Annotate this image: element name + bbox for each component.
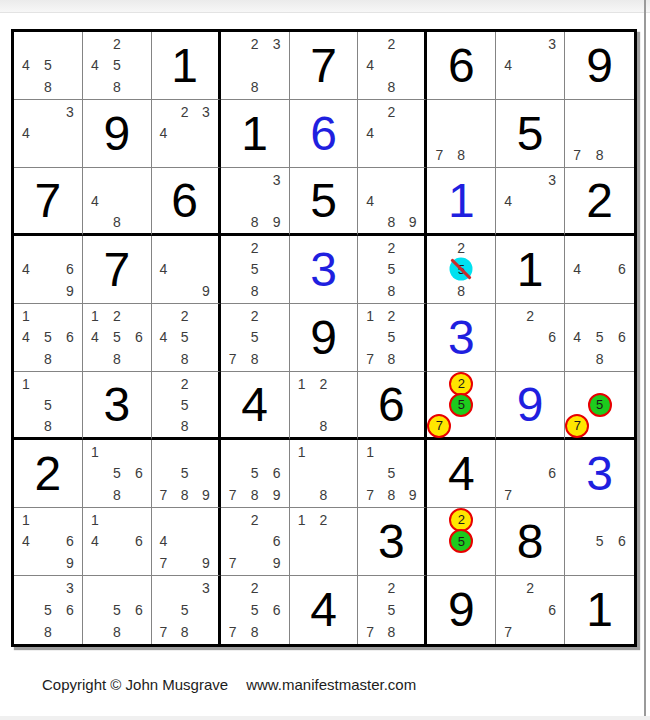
cell-r9c6[interactable]: 2578 xyxy=(358,576,427,644)
cell-r7c7[interactable]: 4 xyxy=(427,440,496,508)
cell-r4c8[interactable]: 1 xyxy=(496,236,565,304)
candidate-slot-6 xyxy=(59,55,81,77)
candidate-slot-7: 7 xyxy=(359,621,380,643)
candidate-slot-7 xyxy=(359,280,380,302)
cell-r5c1[interactable]: 14568 xyxy=(14,304,83,372)
cell-value: 3 xyxy=(427,304,495,371)
candidate-slot-9 xyxy=(611,144,633,166)
cell-r7c6[interactable]: 15789 xyxy=(358,440,427,508)
cell-r8c9[interactable]: 56 xyxy=(565,508,634,576)
candidate-slot-4 xyxy=(359,599,380,621)
pencil-marks: 2458 xyxy=(84,33,150,98)
cell-r5c4[interactable]: 2578 xyxy=(221,304,290,372)
candidate-slot-5: 5 xyxy=(174,327,195,349)
candidate-slot-2 xyxy=(519,33,541,55)
cell-r2c4[interactable]: 1 xyxy=(221,100,290,168)
cell-r2c9[interactable]: 78 xyxy=(565,100,634,168)
copyright-text: Copyright © John Musgrave xyxy=(42,676,228,693)
candidate-slot-6: 6 xyxy=(611,531,633,553)
candidate-slot-8: 8 xyxy=(106,211,128,232)
candidate-slot-9: 9 xyxy=(59,280,81,302)
cell-r5c8[interactable]: 26 xyxy=(496,304,565,372)
cell-r8c5[interactable]: 12 xyxy=(290,508,359,576)
candidate-7: 7 xyxy=(435,148,443,162)
cell-r2c3[interactable]: 234 xyxy=(152,100,221,168)
candidate-slot-2 xyxy=(519,169,541,190)
cell-r4c9[interactable]: 46 xyxy=(565,236,634,304)
candidate-4: 4 xyxy=(22,262,30,276)
candidate-slot-9 xyxy=(128,552,150,574)
cell-r4c3[interactable]: 49 xyxy=(152,236,221,304)
candidate-8: 8 xyxy=(320,419,328,433)
candidate-1: 1 xyxy=(91,309,99,323)
candidate-2: 2 xyxy=(251,581,259,595)
candidate-2: 2 xyxy=(251,241,259,255)
cell-value: 5 xyxy=(496,100,564,167)
candidate-slot-3: 3 xyxy=(195,577,216,599)
cell-r2c2[interactable]: 9 xyxy=(83,100,152,168)
candidate-slot-1 xyxy=(84,169,106,190)
candidate-slot-8 xyxy=(588,415,610,436)
pencil-marks: 1469 xyxy=(15,509,81,574)
candidate-5: 5 xyxy=(181,330,189,344)
candidate-slot-5 xyxy=(588,259,610,281)
candidate-4: 4 xyxy=(160,534,168,548)
candidate-slot-7 xyxy=(84,484,106,506)
candidate-slot-7 xyxy=(84,621,106,643)
cell-r5c5[interactable]: 9 xyxy=(290,304,359,372)
cell-r9c5[interactable]: 4 xyxy=(290,576,359,644)
cell-value: 3 xyxy=(565,440,634,507)
candidate-slot-7 xyxy=(291,484,313,506)
cell-value: 1 xyxy=(496,236,564,303)
candidate-2: 2 xyxy=(387,581,395,595)
pencil-marks: 128 xyxy=(291,373,357,436)
cell-r5c3[interactable]: 2458 xyxy=(152,304,221,372)
candidate-5: 5 xyxy=(387,330,395,344)
candidate-slot-5: 5 xyxy=(244,599,266,621)
candidate-slot-3: 3 xyxy=(266,33,288,55)
cell-r8c1[interactable]: 1469 xyxy=(14,508,83,576)
candidate-slot-4 xyxy=(222,463,244,485)
candidate-slot-4 xyxy=(153,463,174,485)
candidate-slot-6: 6 xyxy=(266,531,288,553)
candidate-slot-2 xyxy=(588,305,610,327)
candidate-slot-1 xyxy=(153,441,174,463)
candidate-slot-1 xyxy=(497,577,519,599)
candidate-4: 4 xyxy=(504,194,512,208)
candidate-slot-8 xyxy=(174,280,195,302)
cell-r6c9[interactable]: 57 xyxy=(565,372,634,440)
candidate-slot-3 xyxy=(195,373,216,394)
candidate-2-yellow-circle: 2 xyxy=(449,508,473,532)
candidate-slot-9 xyxy=(128,348,150,370)
candidate-slot-9: 9 xyxy=(195,552,216,574)
candidate-slot-7 xyxy=(497,348,519,370)
candidate-slot-3 xyxy=(128,577,150,599)
candidate-slot-9 xyxy=(266,348,288,370)
pencil-marks: 18 xyxy=(291,441,357,506)
cell-r3c6[interactable]: 489 xyxy=(358,168,427,236)
cell-r5c6[interactable]: 12578 xyxy=(358,304,427,372)
candidate-slot-7 xyxy=(15,348,37,370)
pencil-marks: 4568 xyxy=(566,305,633,370)
candidate-slot-7: 7 xyxy=(566,144,588,166)
candidate-8: 8 xyxy=(387,80,395,94)
candidate-slot-9 xyxy=(472,552,494,574)
candidate-slot-7 xyxy=(15,76,37,98)
candidate-slot-2: 2 xyxy=(381,101,402,123)
candidate-5: 5 xyxy=(387,603,395,617)
cell-r1c9[interactable]: 9 xyxy=(565,32,634,100)
candidate-slot-4 xyxy=(428,259,450,281)
candidate-slot-2: 2 xyxy=(381,237,402,259)
cell-value: 9 xyxy=(83,100,151,167)
cell-r6c8[interactable]: 9 xyxy=(496,372,565,440)
candidate-slot-7: 7 xyxy=(153,484,174,506)
candidate-slot-7 xyxy=(84,211,106,232)
candidate-slot-9 xyxy=(541,76,563,98)
candidate-5: 5 xyxy=(181,466,189,480)
candidate-5: 5 xyxy=(44,330,52,344)
candidate-slot-9: 9 xyxy=(195,484,216,506)
cell-r9c1[interactable]: 3568 xyxy=(14,576,83,644)
candidate-5-green-circle: 5 xyxy=(588,393,612,417)
cell-r5c7[interactable]: 3 xyxy=(427,304,496,372)
candidate-slot-2: 2 xyxy=(313,509,335,531)
candidate-8: 8 xyxy=(251,284,259,298)
candidate-slot-4 xyxy=(497,327,519,349)
candidate-slot-6 xyxy=(541,55,563,77)
cell-r4c6[interactable]: 258 xyxy=(358,236,427,304)
candidate-slot-9 xyxy=(195,348,216,370)
cell-r5c2[interactable]: 124568 xyxy=(83,304,152,372)
candidate-slot-9: 9 xyxy=(402,211,423,232)
candidate-7: 7 xyxy=(160,556,168,570)
candidate-2: 2 xyxy=(387,309,395,323)
pencil-marks: 238 xyxy=(222,33,288,98)
candidate-slot-7: 7 xyxy=(428,415,450,436)
candidate-slot-3: 3 xyxy=(266,169,288,190)
cell-r4c1[interactable]: 469 xyxy=(14,236,83,304)
candidate-slot-2: 2 xyxy=(381,33,402,55)
candidate-6: 6 xyxy=(273,534,281,548)
candidate-slot-2: 2 xyxy=(450,509,472,531)
candidate-slot-2 xyxy=(37,577,59,599)
candidate-slot-4: 4 xyxy=(497,190,519,211)
candidate-4: 4 xyxy=(22,126,30,140)
candidate-slot-9 xyxy=(334,415,356,436)
pencil-marks: 78 xyxy=(428,101,494,166)
candidate-slot-6 xyxy=(334,394,356,415)
cell-r1c2[interactable]: 2458 xyxy=(83,32,152,100)
candidate-slot-8 xyxy=(37,280,59,302)
candidate-5: 5 xyxy=(596,534,604,548)
cell-r2c1[interactable]: 34 xyxy=(14,100,83,168)
candidate-slot-4 xyxy=(428,531,450,553)
candidate-slot-3 xyxy=(128,509,150,531)
candidate-slot-9 xyxy=(195,621,216,643)
cell-r4c2[interactable]: 7 xyxy=(83,236,152,304)
candidate-2: 2 xyxy=(251,37,259,51)
candidate-slot-5 xyxy=(519,190,541,211)
cell-r7c2[interactable]: 1568 xyxy=(83,440,152,508)
cell-value: 4 xyxy=(221,372,289,437)
cell-r8c7[interactable]: 25 xyxy=(427,508,496,576)
candidate-8: 8 xyxy=(251,215,259,229)
candidate-slot-8: 8 xyxy=(244,348,266,370)
candidate-slot-9 xyxy=(541,348,563,370)
cell-r7c1[interactable]: 2 xyxy=(14,440,83,508)
candidate-slot-3 xyxy=(611,237,633,259)
candidate-slot-6: 6 xyxy=(59,327,81,349)
candidate-8: 8 xyxy=(387,488,395,502)
candidate-6: 6 xyxy=(66,534,74,548)
candidate-slot-4 xyxy=(291,394,313,415)
candidate-slot-5: 5 xyxy=(37,327,59,349)
candidate-5: 5 xyxy=(251,603,259,617)
cell-r6c2[interactable]: 3 xyxy=(83,372,152,440)
candidate-slot-6 xyxy=(59,394,81,415)
cell-r6c1[interactable]: 158 xyxy=(14,372,83,440)
candidate-slot-9 xyxy=(334,484,356,506)
candidate-slot-5: 5 xyxy=(37,55,59,77)
candidate-slot-1 xyxy=(428,509,450,531)
cell-r2c6[interactable]: 24 xyxy=(358,100,427,168)
candidate-8: 8 xyxy=(387,215,395,229)
candidate-8: 8 xyxy=(457,284,465,298)
cell-r3c2[interactable]: 48 xyxy=(83,168,152,236)
cell-r6c5[interactable]: 128 xyxy=(290,372,359,440)
candidate-slot-3 xyxy=(402,237,423,259)
candidate-slot-8 xyxy=(37,552,59,574)
candidate-slot-6 xyxy=(611,123,633,145)
candidate-slot-1 xyxy=(15,33,37,55)
candidate-slot-5: 5 xyxy=(106,599,128,621)
candidate-slot-8: 8 xyxy=(381,621,402,643)
cell-r7c5[interactable]: 18 xyxy=(290,440,359,508)
candidate-slot-2: 2 xyxy=(244,237,266,259)
cell-r1c1[interactable]: 458 xyxy=(14,32,83,100)
pencil-marks: 248 xyxy=(359,33,423,98)
candidate-slot-8: 8 xyxy=(381,484,402,506)
cell-r9c9[interactable]: 1 xyxy=(565,576,634,644)
candidate-slot-3 xyxy=(541,441,563,463)
cell-r3c1[interactable]: 7 xyxy=(14,168,83,236)
candidate-slot-4 xyxy=(15,599,37,621)
pencil-marks: 258 xyxy=(359,237,423,302)
candidate-5: 5 xyxy=(251,466,259,480)
cell-value: 6 xyxy=(427,32,495,99)
cell-r1c5[interactable]: 7 xyxy=(290,32,359,100)
cell-r9c8[interactable]: 267 xyxy=(496,576,565,644)
candidate-slot-7 xyxy=(566,552,588,574)
candidate-8: 8 xyxy=(181,352,189,366)
cell-r6c7[interactable]: 257 xyxy=(427,372,496,440)
cell-r9c2[interactable]: 568 xyxy=(83,576,152,644)
candidate-slot-3 xyxy=(541,305,563,327)
candidate-slot-6: 6 xyxy=(266,599,288,621)
candidate-slot-5: 5 xyxy=(588,327,610,349)
pencil-marks: 489 xyxy=(359,169,423,232)
candidate-slot-6 xyxy=(128,190,150,211)
cell-r9c7[interactable]: 9 xyxy=(427,576,496,644)
cell-r4c5[interactable]: 3 xyxy=(290,236,359,304)
candidate-slot-7: 7 xyxy=(497,621,519,643)
cell-r3c4[interactable]: 389 xyxy=(221,168,290,236)
candidate-7-yellow-circle: 7 xyxy=(565,414,589,438)
pencil-marks: 258 xyxy=(428,237,494,302)
cell-r3c3[interactable]: 6 xyxy=(152,168,221,236)
candidate-slot-2: 2 xyxy=(174,373,195,394)
candidate-slot-8 xyxy=(381,144,402,166)
candidate-slot-2 xyxy=(37,373,59,394)
candidate-slot-4 xyxy=(15,394,37,415)
candidate-slot-7 xyxy=(428,552,450,574)
candidate-slot-5: 5 xyxy=(381,599,402,621)
candidate-slot-2: 2 xyxy=(106,305,128,327)
candidate-slot-5: 5 xyxy=(174,394,195,415)
candidate-8: 8 xyxy=(181,625,189,639)
candidate-slot-4: 4 xyxy=(359,190,380,211)
cell-r1c3[interactable]: 1 xyxy=(152,32,221,100)
candidate-slot-4 xyxy=(291,463,313,485)
candidate-slot-7 xyxy=(566,348,588,370)
cell-value: 7 xyxy=(14,168,82,233)
cell-r7c8[interactable]: 67 xyxy=(496,440,565,508)
candidate-slot-8 xyxy=(37,144,59,166)
cell-r8c2[interactable]: 146 xyxy=(83,508,152,576)
candidate-slot-9 xyxy=(195,144,216,166)
cell-r9c4[interactable]: 25678 xyxy=(221,576,290,644)
cell-r3c9[interactable]: 2 xyxy=(565,168,634,236)
candidate-slot-6: 6 xyxy=(59,259,81,281)
candidate-slot-4: 4 xyxy=(566,259,588,281)
cell-r1c8[interactable]: 34 xyxy=(496,32,565,100)
candidate-8: 8 xyxy=(113,352,121,366)
candidate-slot-7: 7 xyxy=(359,348,380,370)
candidate-slot-3 xyxy=(334,441,356,463)
candidate-6: 6 xyxy=(66,603,74,617)
candidate-slot-6 xyxy=(472,531,494,553)
candidate-1: 1 xyxy=(22,513,30,527)
cell-r8c8[interactable]: 8 xyxy=(496,508,565,576)
cell-r5c9[interactable]: 4568 xyxy=(565,304,634,372)
candidate-4: 4 xyxy=(366,126,374,140)
candidate-slot-9 xyxy=(266,621,288,643)
candidate-5-green-circle: 5 xyxy=(449,393,473,417)
candidate-slot-1 xyxy=(566,509,588,531)
candidate-slot-1: 1 xyxy=(15,509,37,531)
candidate-slot-5 xyxy=(519,599,541,621)
candidate-slot-7: 7 xyxy=(222,621,244,643)
cell-r4c7[interactable]: 258 xyxy=(427,236,496,304)
candidate-1: 1 xyxy=(91,445,99,459)
pencil-marks: 25678 xyxy=(222,577,288,643)
cell-r1c6[interactable]: 248 xyxy=(358,32,427,100)
candidate-8: 8 xyxy=(113,215,121,229)
cell-r1c7[interactable]: 6 xyxy=(427,32,496,100)
cell-r7c4[interactable]: 56789 xyxy=(221,440,290,508)
pencil-marks: 57 xyxy=(566,373,633,436)
candidate-3: 3 xyxy=(202,105,210,119)
cell-r7c3[interactable]: 5789 xyxy=(152,440,221,508)
cell-r4c4[interactable]: 258 xyxy=(221,236,290,304)
candidate-slot-1 xyxy=(566,305,588,327)
cell-value: 7 xyxy=(290,32,358,99)
candidate-slot-2 xyxy=(244,169,266,190)
candidate-slot-9 xyxy=(472,144,494,166)
candidate-7: 7 xyxy=(504,625,512,639)
candidate-1: 1 xyxy=(298,445,306,459)
candidate-4: 4 xyxy=(91,58,99,72)
candidate-slot-2: 2 xyxy=(450,237,472,259)
candidate-2: 2 xyxy=(526,581,534,595)
candidate-slot-9 xyxy=(266,76,288,98)
cell-r2c8[interactable]: 5 xyxy=(496,100,565,168)
candidate-6: 6 xyxy=(135,534,143,548)
candidate-slot-6 xyxy=(59,123,81,145)
candidate-slot-1 xyxy=(84,33,106,55)
candidate-7: 7 xyxy=(366,625,374,639)
candidate-slot-7 xyxy=(153,280,174,302)
candidate-slot-9: 9 xyxy=(266,552,288,574)
candidate-slot-1 xyxy=(497,441,519,463)
candidate-slot-1 xyxy=(222,305,244,327)
cell-r6c6[interactable]: 6 xyxy=(358,372,427,440)
candidate-slot-2: 2 xyxy=(519,305,541,327)
candidate-slot-6: 6 xyxy=(541,599,563,621)
cell-r6c4[interactable]: 4 xyxy=(221,372,290,440)
cell-r7c9[interactable]: 3 xyxy=(565,440,634,508)
candidate-slot-7 xyxy=(222,211,244,232)
candidate-slot-9 xyxy=(128,76,150,98)
candidate-slot-5 xyxy=(37,123,59,145)
candidate-slot-7: 7 xyxy=(222,484,244,506)
cell-r3c7[interactable]: 1 xyxy=(427,168,496,236)
cell-r6c3[interactable]: 258 xyxy=(152,372,221,440)
candidate-slot-5 xyxy=(174,259,195,281)
cell-r9c3[interactable]: 3578 xyxy=(152,576,221,644)
candidate-slot-3 xyxy=(128,169,150,190)
cell-r8c6[interactable]: 3 xyxy=(358,508,427,576)
candidate-slot-2 xyxy=(588,101,610,123)
cell-r2c5[interactable]: 6 xyxy=(290,100,359,168)
candidate-6: 6 xyxy=(548,330,556,344)
candidate-7: 7 xyxy=(573,148,581,162)
cell-r2c7[interactable]: 78 xyxy=(427,100,496,168)
candidate-slot-4: 4 xyxy=(84,190,106,211)
candidate-slot-8 xyxy=(519,348,541,370)
candidate-slot-8: 8 xyxy=(381,280,402,302)
candidate-slot-8 xyxy=(174,144,195,166)
cell-r3c5[interactable]: 5 xyxy=(290,168,359,236)
candidate-slot-6 xyxy=(402,463,423,485)
cell-r8c4[interactable]: 2679 xyxy=(221,508,290,576)
candidate-8: 8 xyxy=(44,352,52,366)
cell-value: 1 xyxy=(221,100,289,167)
candidate-slot-4: 4 xyxy=(84,531,106,553)
candidate-4: 4 xyxy=(573,262,581,276)
candidate-3: 3 xyxy=(548,173,556,187)
cell-r8c3[interactable]: 479 xyxy=(152,508,221,576)
candidate-slot-5 xyxy=(381,190,402,211)
cell-r1c4[interactable]: 238 xyxy=(221,32,290,100)
candidate-4: 4 xyxy=(160,330,168,344)
candidate-9: 9 xyxy=(273,556,281,570)
cell-r3c8[interactable]: 34 xyxy=(496,168,565,236)
pencil-marks: 3578 xyxy=(153,577,217,643)
